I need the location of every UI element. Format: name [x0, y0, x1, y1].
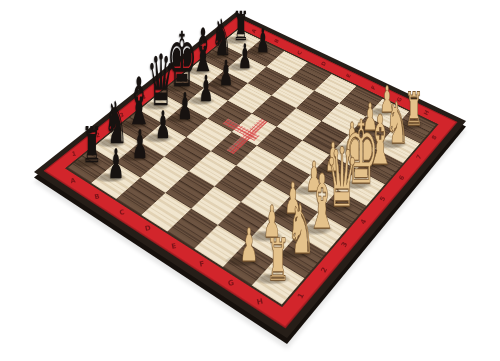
file-bottomleft-label-G: G [227, 279, 234, 288]
file-bottomleft-label-E: E [171, 243, 177, 251]
piece-black-pawn-b5[interactable]: ♟ [198, 71, 213, 107]
piece-black-pawn-b3[interactable]: ♟ [155, 106, 170, 144]
file-bottomleft-label-B: B [94, 193, 100, 200]
file-bottomleft-label-D: D [144, 225, 151, 233]
file-bottomleft-label-H: H [256, 298, 264, 307]
piece-black-pawn-b6[interactable]: ♟ [219, 55, 233, 90]
rank-bottomright-label-3: 3 [340, 241, 348, 249]
rank-bottomright-label-6: 6 [398, 174, 406, 181]
file-bottomleft-label-F: F [199, 260, 205, 268]
rank-bottomright-label-1: 1 [297, 292, 306, 300]
file-topright-label-H: H [423, 110, 430, 117]
file-bottomleft-label-A: A [70, 177, 76, 184]
pieces-and-labels-overlay: AABBCCDDEEFFGGHH1122334455667788♜♟♟♜♞♟♟♞… [0, 0, 500, 361]
file-topright-label-C: C [297, 50, 303, 56]
rank-topleft-label-1: 1 [71, 151, 77, 158]
piece-white-pawn-g1[interactable]: ♟ [239, 223, 258, 269]
file-topright-label-E: E [345, 73, 352, 79]
file-bottomleft-label-C: C [119, 209, 125, 217]
piece-black-pawn-b8[interactable]: ♟ [257, 24, 270, 57]
piece-white-rook-h1[interactable]: ♜ [266, 231, 289, 289]
rank-bottomright-label-5: 5 [379, 195, 387, 202]
piece-black-pawn-b2[interactable]: ♟ [132, 125, 148, 165]
piece-white-knight-h2[interactable]: ♞ [287, 196, 314, 264]
file-topright-label-D: D [321, 61, 328, 67]
file-topright-label-B: B [274, 38, 280, 44]
piece-black-pawn-b4[interactable]: ♟ [177, 88, 192, 125]
product-photo-scene: AABBCCDDEEFFGGHH1122334455667788♜♟♟♜♞♟♟♞… [0, 0, 500, 361]
piece-black-pawn-b7[interactable]: ♟ [238, 39, 252, 73]
rank-bottomright-label-2: 2 [319, 266, 328, 274]
rank-bottomright-label-4: 4 [360, 218, 368, 225]
rank-bottomright-label-8: 8 [432, 134, 439, 140]
file-topright-label-F: F [370, 85, 377, 91]
piece-black-pawn-b1[interactable]: ♟ [108, 144, 125, 185]
piece-black-rook-a1[interactable]: ♜ [82, 122, 102, 172]
rank-bottomright-label-7: 7 [415, 154, 422, 161]
